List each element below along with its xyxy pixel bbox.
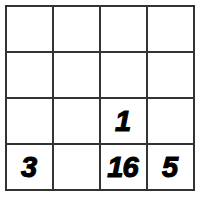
cell-r2c4[interactable] (147, 52, 194, 98)
cell-r4c1[interactable]: 3 (6, 144, 53, 190)
cell-r3c2[interactable] (53, 98, 100, 144)
cell-r4c4[interactable]: 5 (147, 144, 194, 190)
cell-r2c3[interactable] (100, 52, 147, 98)
cell-r1c1[interactable] (6, 6, 53, 52)
cell-number: 3 (21, 153, 38, 182)
cell-r3c4[interactable] (147, 98, 194, 144)
cell-number: 16 (107, 153, 139, 182)
cell-r1c3[interactable] (100, 6, 147, 52)
cell-r2c2[interactable] (53, 52, 100, 98)
cell-r1c4[interactable] (147, 6, 194, 52)
cell-r3c1[interactable] (6, 98, 53, 144)
cell-r2c1[interactable] (6, 52, 53, 98)
cell-number: 1 (115, 107, 132, 136)
cell-number: 5 (162, 153, 179, 182)
cell-r4c2[interactable] (53, 144, 100, 190)
cell-r1c2[interactable] (53, 6, 100, 52)
puzzle-board: 13165 (5, 5, 195, 191)
cell-r3c3[interactable]: 1 (100, 98, 147, 144)
cell-r4c3[interactable]: 16 (100, 144, 147, 190)
